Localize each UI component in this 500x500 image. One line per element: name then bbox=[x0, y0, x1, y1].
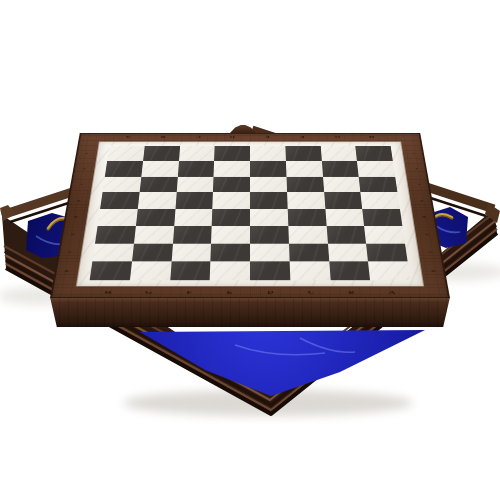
square-f4[interactable] bbox=[174, 209, 213, 226]
square-h5[interactable] bbox=[100, 192, 139, 208]
coordinate-label: 1 bbox=[75, 146, 98, 161]
square-e8[interactable] bbox=[214, 146, 250, 161]
coordinate-label: 5 bbox=[412, 209, 437, 226]
board-front-edge bbox=[50, 297, 450, 327]
square-a7[interactable] bbox=[357, 161, 395, 176]
square-e1[interactable] bbox=[210, 262, 250, 281]
square-a2[interactable] bbox=[366, 243, 407, 261]
square-c7[interactable] bbox=[286, 161, 323, 176]
square-f3[interactable] bbox=[173, 226, 212, 244]
square-g4[interactable] bbox=[136, 209, 175, 226]
square-e7[interactable] bbox=[214, 161, 250, 176]
square-d7[interactable] bbox=[250, 161, 286, 176]
coordinate-label: G bbox=[319, 134, 354, 138]
coordinate-label: G bbox=[128, 290, 169, 296]
file-labels-bottom: HGFEDCBA bbox=[87, 290, 412, 296]
square-a6[interactable] bbox=[359, 176, 398, 192]
square-b3[interactable] bbox=[326, 226, 366, 244]
square-f7[interactable] bbox=[177, 161, 214, 176]
coordinate-label: 2 bbox=[404, 161, 428, 176]
square-e3[interactable] bbox=[211, 226, 250, 244]
square-g6[interactable] bbox=[139, 176, 177, 192]
coordinate-label: C bbox=[180, 134, 215, 138]
chess-board: ABCDEFGH HGFEDCBA 12345678 12345678 bbox=[50, 133, 450, 298]
square-g3[interactable] bbox=[134, 226, 174, 244]
square-d6[interactable] bbox=[250, 176, 287, 192]
coordinate-label: A bbox=[110, 134, 145, 138]
coordinate-label: 3 bbox=[69, 176, 93, 192]
board-frame: ABCDEFGH HGFEDCBA 12345678 12345678 bbox=[50, 133, 450, 298]
square-c5[interactable] bbox=[287, 192, 325, 208]
square-f2[interactable] bbox=[171, 243, 211, 261]
coordinate-label: 4 bbox=[66, 192, 91, 208]
square-c8[interactable] bbox=[285, 146, 321, 161]
product-photo-chess-box: ABCDEFGH HGFEDCBA 12345678 12345678 bbox=[0, 0, 500, 500]
square-b6[interactable] bbox=[323, 176, 361, 192]
coordinate-label: 6 bbox=[60, 226, 86, 244]
square-c3[interactable] bbox=[288, 226, 327, 244]
square-c4[interactable] bbox=[287, 209, 326, 226]
coordinate-label: F bbox=[285, 134, 320, 138]
coordinate-label: 1 bbox=[402, 146, 425, 161]
square-h8[interactable] bbox=[107, 146, 144, 161]
coordinate-label: D bbox=[215, 134, 250, 138]
coordinate-label: 2 bbox=[72, 161, 96, 176]
square-a4[interactable] bbox=[362, 209, 402, 226]
square-g7[interactable] bbox=[141, 161, 178, 176]
square-b8[interactable] bbox=[320, 146, 357, 161]
coordinate-label: 8 bbox=[53, 262, 80, 281]
coordinate-label: D bbox=[250, 290, 291, 296]
square-f5[interactable] bbox=[175, 192, 213, 208]
square-f1[interactable] bbox=[170, 262, 211, 281]
square-h6[interactable] bbox=[103, 176, 142, 192]
coordinate-label: F bbox=[169, 290, 210, 296]
square-d1[interactable] bbox=[250, 262, 290, 281]
square-a3[interactable] bbox=[364, 226, 405, 244]
coordinate-label: 4 bbox=[409, 192, 434, 208]
square-g8[interactable] bbox=[143, 146, 180, 161]
coordinate-label: 3 bbox=[407, 176, 431, 192]
square-h1[interactable] bbox=[90, 262, 132, 281]
square-f8[interactable] bbox=[179, 146, 215, 161]
square-d4[interactable] bbox=[250, 209, 288, 226]
square-e4[interactable] bbox=[212, 209, 250, 226]
coordinate-label: A bbox=[371, 290, 412, 296]
checkerboard bbox=[90, 146, 411, 280]
square-e6[interactable] bbox=[213, 176, 250, 192]
square-c1[interactable] bbox=[289, 262, 330, 281]
square-b4[interactable] bbox=[325, 209, 364, 226]
square-h7[interactable] bbox=[105, 161, 143, 176]
square-g5[interactable] bbox=[138, 192, 177, 208]
coordinate-label: H bbox=[354, 134, 389, 138]
coordinate-label: 8 bbox=[420, 262, 447, 281]
square-h3[interactable] bbox=[95, 226, 136, 244]
coordinate-label: B bbox=[331, 290, 372, 296]
square-c6[interactable] bbox=[286, 176, 323, 192]
coordinate-label: 6 bbox=[415, 226, 441, 244]
square-d8[interactable] bbox=[250, 146, 286, 161]
coordinate-label: B bbox=[145, 134, 180, 138]
square-d5[interactable] bbox=[250, 192, 287, 208]
square-b7[interactable] bbox=[321, 161, 358, 176]
square-f6[interactable] bbox=[176, 176, 213, 192]
square-a1[interactable] bbox=[368, 262, 410, 281]
square-b2[interactable] bbox=[327, 243, 368, 261]
coordinate-label: 7 bbox=[417, 243, 443, 261]
square-d3[interactable] bbox=[250, 226, 289, 244]
coordinate-label: 5 bbox=[63, 209, 88, 226]
square-c2[interactable] bbox=[289, 243, 329, 261]
square-h2[interactable] bbox=[92, 243, 133, 261]
square-b1[interactable] bbox=[329, 262, 370, 281]
square-h4[interactable] bbox=[98, 209, 138, 226]
coordinate-label: E bbox=[250, 134, 285, 138]
square-a8[interactable] bbox=[356, 146, 393, 161]
file-labels-top: ABCDEFGH bbox=[110, 134, 389, 138]
coordinate-label: 7 bbox=[57, 243, 83, 261]
marble-playing-surface bbox=[76, 141, 424, 286]
square-b5[interactable] bbox=[324, 192, 363, 208]
square-e2[interactable] bbox=[211, 243, 250, 261]
square-g1[interactable] bbox=[130, 262, 171, 281]
square-g2[interactable] bbox=[132, 243, 173, 261]
square-d2[interactable] bbox=[250, 243, 289, 261]
square-e5[interactable] bbox=[213, 192, 250, 208]
square-a5[interactable] bbox=[361, 192, 400, 208]
coordinate-label: E bbox=[209, 290, 250, 296]
coordinate-label: H bbox=[87, 290, 128, 296]
coordinate-label: C bbox=[290, 290, 331, 296]
